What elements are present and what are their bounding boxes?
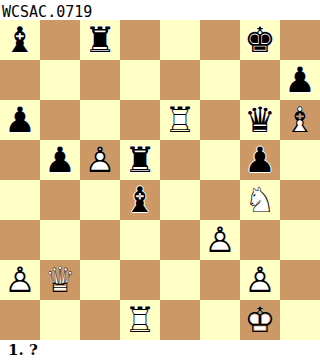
chess-board: ♝♜♚♟♟♜♖♛♝♗♟♟♙♜♟♝♞♘♟♙♟♙♛♕♟♙♜♖♚♔ — [0, 20, 320, 340]
puzzle-id: WCSAC.0719 — [2, 3, 92, 21]
square-c1[interactable] — [80, 300, 120, 340]
square-a7[interactable] — [0, 60, 40, 100]
white-pawn-outline: ♙ — [240, 260, 280, 300]
black-king-glyph: ♚ — [240, 20, 280, 60]
square-a2[interactable]: ♟♙ — [0, 260, 40, 300]
square-a1[interactable] — [0, 300, 40, 340]
piece-white-king: ♚♔ — [240, 300, 280, 340]
square-e6[interactable]: ♜♖ — [160, 100, 200, 140]
square-h3[interactable] — [280, 220, 320, 260]
square-a4[interactable] — [0, 180, 40, 220]
white-rook-outline: ♖ — [160, 100, 200, 140]
square-c4[interactable] — [80, 180, 120, 220]
square-e5[interactable] — [160, 140, 200, 180]
piece-white-queen: ♛♕ — [40, 260, 80, 300]
white-rook-outline: ♖ — [120, 300, 160, 340]
square-d1[interactable]: ♜♖ — [120, 300, 160, 340]
square-e4[interactable] — [160, 180, 200, 220]
square-e7[interactable] — [160, 60, 200, 100]
piece-black-rook: ♜ — [120, 140, 160, 180]
square-a5[interactable] — [0, 140, 40, 180]
white-queen-outline: ♕ — [40, 260, 80, 300]
square-a6[interactable]: ♟ — [0, 100, 40, 140]
move-prompt: 1. ? — [8, 341, 38, 359]
square-h1[interactable] — [280, 300, 320, 340]
black-bishop-glyph: ♝ — [0, 20, 40, 60]
black-bishop-glyph: ♝ — [120, 180, 160, 220]
square-d3[interactable] — [120, 220, 160, 260]
square-b7[interactable] — [40, 60, 80, 100]
white-knight-outline: ♘ — [240, 180, 280, 220]
square-f3[interactable]: ♟♙ — [200, 220, 240, 260]
square-h8[interactable] — [280, 20, 320, 60]
square-h2[interactable] — [280, 260, 320, 300]
piece-white-rook: ♜♖ — [120, 300, 160, 340]
piece-black-bishop: ♝ — [120, 180, 160, 220]
square-g4[interactable]: ♞♘ — [240, 180, 280, 220]
square-c7[interactable] — [80, 60, 120, 100]
piece-white-pawn: ♟♙ — [80, 140, 120, 180]
square-h4[interactable] — [280, 180, 320, 220]
square-a3[interactable] — [0, 220, 40, 260]
white-pawn-outline: ♙ — [0, 260, 40, 300]
square-g3[interactable] — [240, 220, 280, 260]
square-d5[interactable]: ♜ — [120, 140, 160, 180]
square-f6[interactable] — [200, 100, 240, 140]
square-d6[interactable] — [120, 100, 160, 140]
square-e1[interactable] — [160, 300, 200, 340]
white-pawn-outline: ♙ — [200, 220, 240, 260]
piece-black-pawn: ♟ — [0, 100, 40, 140]
piece-black-pawn: ♟ — [40, 140, 80, 180]
black-rook-glyph: ♜ — [120, 140, 160, 180]
square-g2[interactable]: ♟♙ — [240, 260, 280, 300]
square-e2[interactable] — [160, 260, 200, 300]
square-f2[interactable] — [200, 260, 240, 300]
piece-white-pawn: ♟♙ — [0, 260, 40, 300]
square-g7[interactable] — [240, 60, 280, 100]
square-g6[interactable]: ♛ — [240, 100, 280, 140]
square-b1[interactable] — [40, 300, 80, 340]
piece-white-pawn: ♟♙ — [200, 220, 240, 260]
square-b2[interactable]: ♛♕ — [40, 260, 80, 300]
square-a8[interactable]: ♝ — [0, 20, 40, 60]
square-e3[interactable] — [160, 220, 200, 260]
square-f4[interactable] — [200, 180, 240, 220]
square-g5[interactable]: ♟ — [240, 140, 280, 180]
square-h5[interactable] — [280, 140, 320, 180]
square-c3[interactable] — [80, 220, 120, 260]
footer: 1. ? — [0, 340, 320, 360]
white-bishop-outline: ♗ — [280, 100, 320, 140]
piece-black-queen: ♛ — [240, 100, 280, 140]
black-queen-glyph: ♛ — [240, 100, 280, 140]
square-g8[interactable]: ♚ — [240, 20, 280, 60]
square-d4[interactable]: ♝ — [120, 180, 160, 220]
black-pawn-glyph: ♟ — [40, 140, 80, 180]
square-d8[interactable] — [120, 20, 160, 60]
black-pawn-glyph: ♟ — [280, 60, 320, 100]
square-b3[interactable] — [40, 220, 80, 260]
white-king-outline: ♔ — [240, 300, 280, 340]
black-pawn-glyph: ♟ — [240, 140, 280, 180]
piece-white-knight: ♞♘ — [240, 180, 280, 220]
square-f1[interactable] — [200, 300, 240, 340]
square-h7[interactable]: ♟ — [280, 60, 320, 100]
square-c2[interactable] — [80, 260, 120, 300]
black-rook-glyph: ♜ — [80, 20, 120, 60]
square-b5[interactable]: ♟ — [40, 140, 80, 180]
piece-white-pawn: ♟♙ — [240, 260, 280, 300]
header: WCSAC.0719 — [0, 0, 320, 20]
square-c6[interactable] — [80, 100, 120, 140]
square-c8[interactable]: ♜ — [80, 20, 120, 60]
square-h6[interactable]: ♝♗ — [280, 100, 320, 140]
white-pawn-outline: ♙ — [80, 140, 120, 180]
square-d7[interactable] — [120, 60, 160, 100]
square-d2[interactable] — [120, 260, 160, 300]
piece-black-bishop: ♝ — [0, 20, 40, 60]
piece-white-rook: ♜♖ — [160, 100, 200, 140]
piece-black-pawn: ♟ — [240, 140, 280, 180]
square-b6[interactable] — [40, 100, 80, 140]
square-e8[interactable] — [160, 20, 200, 60]
piece-black-rook: ♜ — [80, 20, 120, 60]
square-f8[interactable] — [200, 20, 240, 60]
square-b4[interactable] — [40, 180, 80, 220]
black-pawn-glyph: ♟ — [0, 100, 40, 140]
square-g1[interactable]: ♚♔ — [240, 300, 280, 340]
piece-white-bishop: ♝♗ — [280, 100, 320, 140]
piece-black-pawn: ♟ — [280, 60, 320, 100]
square-f5[interactable] — [200, 140, 240, 180]
square-b8[interactable] — [40, 20, 80, 60]
piece-black-king: ♚ — [240, 20, 280, 60]
square-f7[interactable] — [200, 60, 240, 100]
square-c5[interactable]: ♟♙ — [80, 140, 120, 180]
chess-diagram: WCSAC.0719 ♝♜♚♟♟♜♖♛♝♗♟♟♙♜♟♝♞♘♟♙♟♙♛♕♟♙♜♖♚… — [0, 0, 320, 360]
